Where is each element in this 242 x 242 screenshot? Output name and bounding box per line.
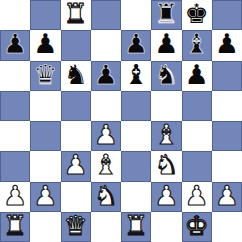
white-pawn-d4[interactable]: ♟ [94, 121, 118, 150]
square-f2[interactable]: ♟ [151, 182, 181, 212]
square-a2[interactable]: ♟ [0, 182, 30, 212]
square-d1[interactable] [91, 212, 121, 242]
white-rook-e1[interactable]: ♜ [124, 212, 148, 241]
square-f3[interactable]: ♞ [151, 151, 181, 181]
square-f4[interactable]: ♝ [151, 121, 181, 151]
square-a5[interactable] [0, 91, 30, 121]
square-e6[interactable]: ♝ [121, 61, 151, 91]
black-rook-f8[interactable]: ♜ [154, 0, 178, 29]
square-g5[interactable] [182, 91, 212, 121]
white-pawn-a2[interactable]: ♟ [3, 182, 27, 211]
square-c4[interactable] [61, 121, 91, 151]
white-rook-a1[interactable]: ♜ [3, 212, 27, 241]
black-pawn-h7[interactable]: ♟ [215, 30, 239, 59]
square-g2[interactable]: ♟ [182, 182, 212, 212]
square-e2[interactable] [121, 182, 151, 212]
white-pawn-c3[interactable]: ♟ [64, 151, 88, 180]
white-knight-f3[interactable]: ♞ [154, 151, 178, 180]
square-d7[interactable] [91, 30, 121, 60]
square-b7[interactable]: ♟ [30, 30, 60, 60]
black-bishop-g7[interactable]: ♝ [185, 30, 209, 59]
square-c1[interactable]: ♛ [61, 212, 91, 242]
square-h5[interactable] [212, 91, 242, 121]
black-pawn-d6[interactable]: ♟ [94, 61, 118, 90]
square-a8[interactable] [0, 0, 30, 30]
square-b2[interactable]: ♟ [30, 182, 60, 212]
square-d8[interactable] [91, 0, 121, 30]
black-knight-f6[interactable]: ♞ [154, 61, 178, 90]
square-e7[interactable]: ♟ [121, 30, 151, 60]
square-f8[interactable]: ♜ [151, 0, 181, 30]
square-e8[interactable] [121, 0, 151, 30]
square-f1[interactable] [151, 212, 181, 242]
black-king-g8[interactable]: ♚ [185, 0, 209, 29]
square-b4[interactable] [30, 121, 60, 151]
square-h6[interactable] [212, 61, 242, 91]
square-g8[interactable]: ♚ [182, 0, 212, 30]
square-h8[interactable] [212, 0, 242, 30]
square-g7[interactable]: ♝ [182, 30, 212, 60]
square-c8[interactable]: ♜ [61, 0, 91, 30]
square-d6[interactable]: ♟ [91, 61, 121, 91]
black-bishop-e6[interactable]: ♝ [124, 61, 148, 90]
square-d3[interactable]: ♝ [91, 151, 121, 181]
square-h7[interactable]: ♟ [212, 30, 242, 60]
square-a4[interactable] [0, 121, 30, 151]
black-pawn-g6[interactable]: ♟ [185, 61, 209, 90]
black-pawn-f7[interactable]: ♟ [154, 30, 178, 59]
white-knight-d2[interactable]: ♞ [94, 182, 118, 211]
white-pawn-g2[interactable]: ♟ [185, 182, 209, 211]
square-h4[interactable] [212, 121, 242, 151]
square-c6[interactable]: ♞ [61, 61, 91, 91]
white-pawn-b2[interactable]: ♟ [33, 182, 57, 211]
square-b5[interactable] [30, 91, 60, 121]
square-h1[interactable] [212, 212, 242, 242]
black-pawn-b7[interactable]: ♟ [33, 30, 57, 59]
square-g1[interactable]: ♚ [182, 212, 212, 242]
black-pawn-e7[interactable]: ♟ [124, 30, 148, 59]
square-a7[interactable]: ♟ [0, 30, 30, 60]
white-pawn-h2[interactable]: ♟ [215, 182, 239, 211]
square-f5[interactable] [151, 91, 181, 121]
square-c7[interactable] [61, 30, 91, 60]
square-g3[interactable] [182, 151, 212, 181]
square-c2[interactable] [61, 182, 91, 212]
square-h2[interactable]: ♟ [212, 182, 242, 212]
square-f6[interactable]: ♞ [151, 61, 181, 91]
white-bishop-d3[interactable]: ♝ [94, 151, 118, 180]
square-a6[interactable] [0, 61, 30, 91]
square-a3[interactable] [0, 151, 30, 181]
square-b1[interactable] [30, 212, 60, 242]
square-h3[interactable] [212, 151, 242, 181]
square-d4[interactable]: ♟ [91, 121, 121, 151]
black-queen-b6[interactable]: ♛ [33, 61, 57, 90]
square-b3[interactable] [30, 151, 60, 181]
square-c3[interactable]: ♟ [61, 151, 91, 181]
square-d2[interactable]: ♞ [91, 182, 121, 212]
square-g6[interactable]: ♟ [182, 61, 212, 91]
square-e5[interactable] [121, 91, 151, 121]
square-e3[interactable] [121, 151, 151, 181]
black-pawn-a7[interactable]: ♟ [3, 30, 27, 59]
white-bishop-f4[interactable]: ♝ [154, 121, 178, 150]
square-e1[interactable]: ♜ [121, 212, 151, 242]
square-f7[interactable]: ♟ [151, 30, 181, 60]
square-g4[interactable] [182, 121, 212, 151]
square-a1[interactable]: ♜ [0, 212, 30, 242]
square-c5[interactable] [61, 91, 91, 121]
white-rook-c8[interactable]: ♜ [64, 0, 88, 29]
white-queen-c1[interactable]: ♛ [64, 212, 88, 241]
square-d5[interactable] [91, 91, 121, 121]
square-b6[interactable]: ♛ [30, 61, 60, 91]
square-e4[interactable] [121, 121, 151, 151]
black-knight-c6[interactable]: ♞ [64, 61, 88, 90]
white-king-g1[interactable]: ♚ [185, 212, 209, 241]
square-b8[interactable] [30, 0, 60, 30]
chess-board: ♜♜♚♟♟♟♟♝♟♛♞♟♝♞♟♟♝♟♝♞♟♟♞♟♟♟♜♛♜♚ [0, 0, 242, 242]
white-pawn-f2[interactable]: ♟ [154, 182, 178, 211]
